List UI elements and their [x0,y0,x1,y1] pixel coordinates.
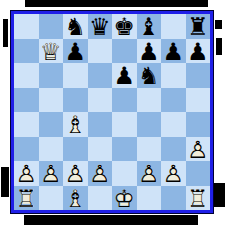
black-knight-piece[interactable]: ♞ [137,63,162,88]
square-e4[interactable] [112,112,137,137]
square-c6[interactable] [63,63,88,88]
clipped-artifact-right-2 [216,38,222,55]
black-king-piece[interactable]: ♚ [112,14,137,39]
piece-outline-glyph: ♖ [14,187,39,212]
piece-outline-glyph: ♖ [186,187,211,212]
black-queen-piece[interactable]: ♛ [88,14,113,39]
piece-solid-glyph: ♟ [112,64,137,89]
square-h3[interactable]: ♟♙ [186,137,211,162]
square-h7[interactable]: ♟ [186,39,211,64]
piece-outline-glyph: ♙ [186,138,211,163]
square-g6[interactable] [161,63,186,88]
square-g8[interactable] [161,14,186,39]
screenshot-canvas: ♞♛♚♝♜♛♕♟♟♟♟♟♞♝♗♟♙♟♙♟♙♟♙♟♙♟♙♟♙♜♖♝♗♚♔♜♖ [0,0,225,225]
square-c2[interactable]: ♟♙ [63,161,88,186]
square-a4[interactable] [14,112,39,137]
piece-outline-glyph: ♙ [161,162,186,187]
square-b5[interactable] [39,88,64,113]
square-f2[interactable]: ♟♙ [137,161,162,186]
piece-solid-glyph: ♝ [137,15,162,40]
square-c7[interactable]: ♟ [63,39,88,64]
square-a8[interactable] [14,14,39,39]
piece-fill-glyph: ♝ [63,113,88,138]
square-g3[interactable] [161,137,186,162]
square-b4[interactable] [39,112,64,137]
square-c1[interactable]: ♝♗ [63,186,88,211]
square-h6[interactable] [186,63,211,88]
piece-fill-glyph: ♟ [137,162,162,187]
white-king-piece[interactable]: ♚♔ [112,186,137,211]
white-pawn-piece[interactable]: ♟♙ [137,161,162,186]
black-knight-piece[interactable]: ♞ [63,14,88,39]
square-d8[interactable]: ♛ [88,14,113,39]
square-g5[interactable] [161,88,186,113]
white-pawn-piece[interactable]: ♟♙ [63,161,88,186]
square-e7[interactable] [112,39,137,64]
square-e8[interactable]: ♚ [112,14,137,39]
square-c3[interactable] [63,137,88,162]
piece-fill-glyph: ♟ [88,162,113,187]
black-pawn-piece[interactable]: ♟ [186,39,211,64]
piece-fill-glyph: ♟ [39,162,64,187]
square-c4[interactable]: ♝♗ [63,112,88,137]
square-f4[interactable] [137,112,162,137]
white-pawn-piece[interactable]: ♟♙ [88,161,113,186]
white-bishop-piece[interactable]: ♝♗ [63,112,88,137]
white-pawn-piece[interactable]: ♟♙ [161,161,186,186]
white-pawn-piece[interactable]: ♟♙ [14,161,39,186]
white-pawn-piece[interactable]: ♟♙ [39,161,64,186]
chess-board[interactable]: ♞♛♚♝♜♛♕♟♟♟♟♟♞♝♗♟♙♟♙♟♙♟♙♟♙♟♙♟♙♜♖♝♗♚♔♜♖ [14,14,210,210]
clipped-artifact-right-1 [215,20,222,29]
square-g7[interactable]: ♟ [161,39,186,64]
square-f8[interactable]: ♝ [137,14,162,39]
square-b7[interactable]: ♛♕ [39,39,64,64]
piece-solid-glyph: ♟ [186,40,211,65]
square-b2[interactable]: ♟♙ [39,161,64,186]
square-e5[interactable] [112,88,137,113]
piece-fill-glyph: ♟ [14,162,39,187]
square-a7[interactable] [14,39,39,64]
square-f6[interactable]: ♞ [137,63,162,88]
clipped-artifact-top [25,0,208,7]
square-b8[interactable] [39,14,64,39]
square-g1[interactable] [161,186,186,211]
piece-outline-glyph: ♕ [39,40,64,65]
black-rook-piece[interactable]: ♜ [186,14,211,39]
square-h8[interactable]: ♜ [186,14,211,39]
square-e6[interactable]: ♟ [112,63,137,88]
black-pawn-piece[interactable]: ♟ [112,63,137,88]
square-e3[interactable] [112,137,137,162]
piece-outline-glyph: ♙ [63,162,88,187]
piece-fill-glyph: ♟ [161,162,186,187]
square-f1[interactable] [137,186,162,211]
piece-outline-glyph: ♔ [112,187,137,212]
square-d6[interactable] [88,63,113,88]
piece-outline-glyph: ♙ [14,162,39,187]
square-b1[interactable] [39,186,64,211]
clipped-artifact-left-lower [1,167,9,197]
square-a1[interactable]: ♜♖ [14,186,39,211]
white-queen-piece[interactable]: ♛♕ [39,39,64,64]
black-pawn-piece[interactable]: ♟ [137,39,162,64]
piece-outline-glyph: ♗ [63,187,88,212]
square-b6[interactable] [39,63,64,88]
chess-board-frame: ♞♛♚♝♜♛♕♟♟♟♟♟♞♝♗♟♙♟♙♟♙♟♙♟♙♟♙♟♙♜♖♝♗♚♔♜♖ [11,11,213,213]
square-d2[interactable]: ♟♙ [88,161,113,186]
black-pawn-piece[interactable]: ♟ [161,39,186,64]
piece-solid-glyph: ♟ [137,40,162,65]
clipped-artifact-bottom [24,215,198,225]
piece-fill-glyph: ♚ [112,187,137,212]
square-c8[interactable]: ♞ [63,14,88,39]
piece-solid-glyph: ♟ [63,40,88,65]
clipped-artifact-left-upper [3,19,8,47]
white-bishop-piece[interactable]: ♝♗ [63,186,88,211]
piece-solid-glyph: ♟ [161,40,186,65]
square-d5[interactable] [88,88,113,113]
square-h4[interactable] [186,112,211,137]
square-f3[interactable] [137,137,162,162]
piece-outline-glyph: ♙ [88,162,113,187]
square-h5[interactable] [186,88,211,113]
square-a6[interactable] [14,63,39,88]
square-a2[interactable]: ♟♙ [14,161,39,186]
square-g4[interactable] [161,112,186,137]
square-b3[interactable] [39,137,64,162]
piece-solid-glyph: ♚ [112,15,137,40]
clipped-artifact-right-3 [212,183,225,207]
white-rook-piece[interactable]: ♜♖ [14,186,39,211]
square-a3[interactable] [14,137,39,162]
piece-fill-glyph: ♝ [63,187,88,212]
piece-outline-glyph: ♙ [137,162,162,187]
white-rook-piece[interactable]: ♜♖ [186,186,211,211]
square-e2[interactable] [112,161,137,186]
piece-fill-glyph: ♜ [186,187,211,212]
square-f7[interactable]: ♟ [137,39,162,64]
piece-outline-glyph: ♗ [63,113,88,138]
piece-solid-glyph: ♞ [137,64,162,89]
square-f5[interactable] [137,88,162,113]
square-d7[interactable] [88,39,113,64]
white-pawn-piece[interactable]: ♟♙ [186,137,211,162]
square-c5[interactable] [63,88,88,113]
piece-fill-glyph: ♛ [39,40,64,65]
piece-fill-glyph: ♟ [186,138,211,163]
piece-solid-glyph: ♞ [63,15,88,40]
square-g2[interactable]: ♟♙ [161,161,186,186]
black-pawn-piece[interactable]: ♟ [63,39,88,64]
square-h1[interactable]: ♜♖ [186,186,211,211]
piece-solid-glyph: ♜ [186,15,211,40]
black-bishop-piece[interactable]: ♝ [137,14,162,39]
piece-fill-glyph: ♜ [14,187,39,212]
piece-fill-glyph: ♟ [63,162,88,187]
square-e1[interactable]: ♚♔ [112,186,137,211]
square-d4[interactable] [88,112,113,137]
square-d1[interactable] [88,186,113,211]
piece-outline-glyph: ♙ [39,162,64,187]
square-a5[interactable] [14,88,39,113]
piece-solid-glyph: ♛ [88,15,113,40]
square-h2[interactable] [186,161,211,186]
square-d3[interactable] [88,137,113,162]
